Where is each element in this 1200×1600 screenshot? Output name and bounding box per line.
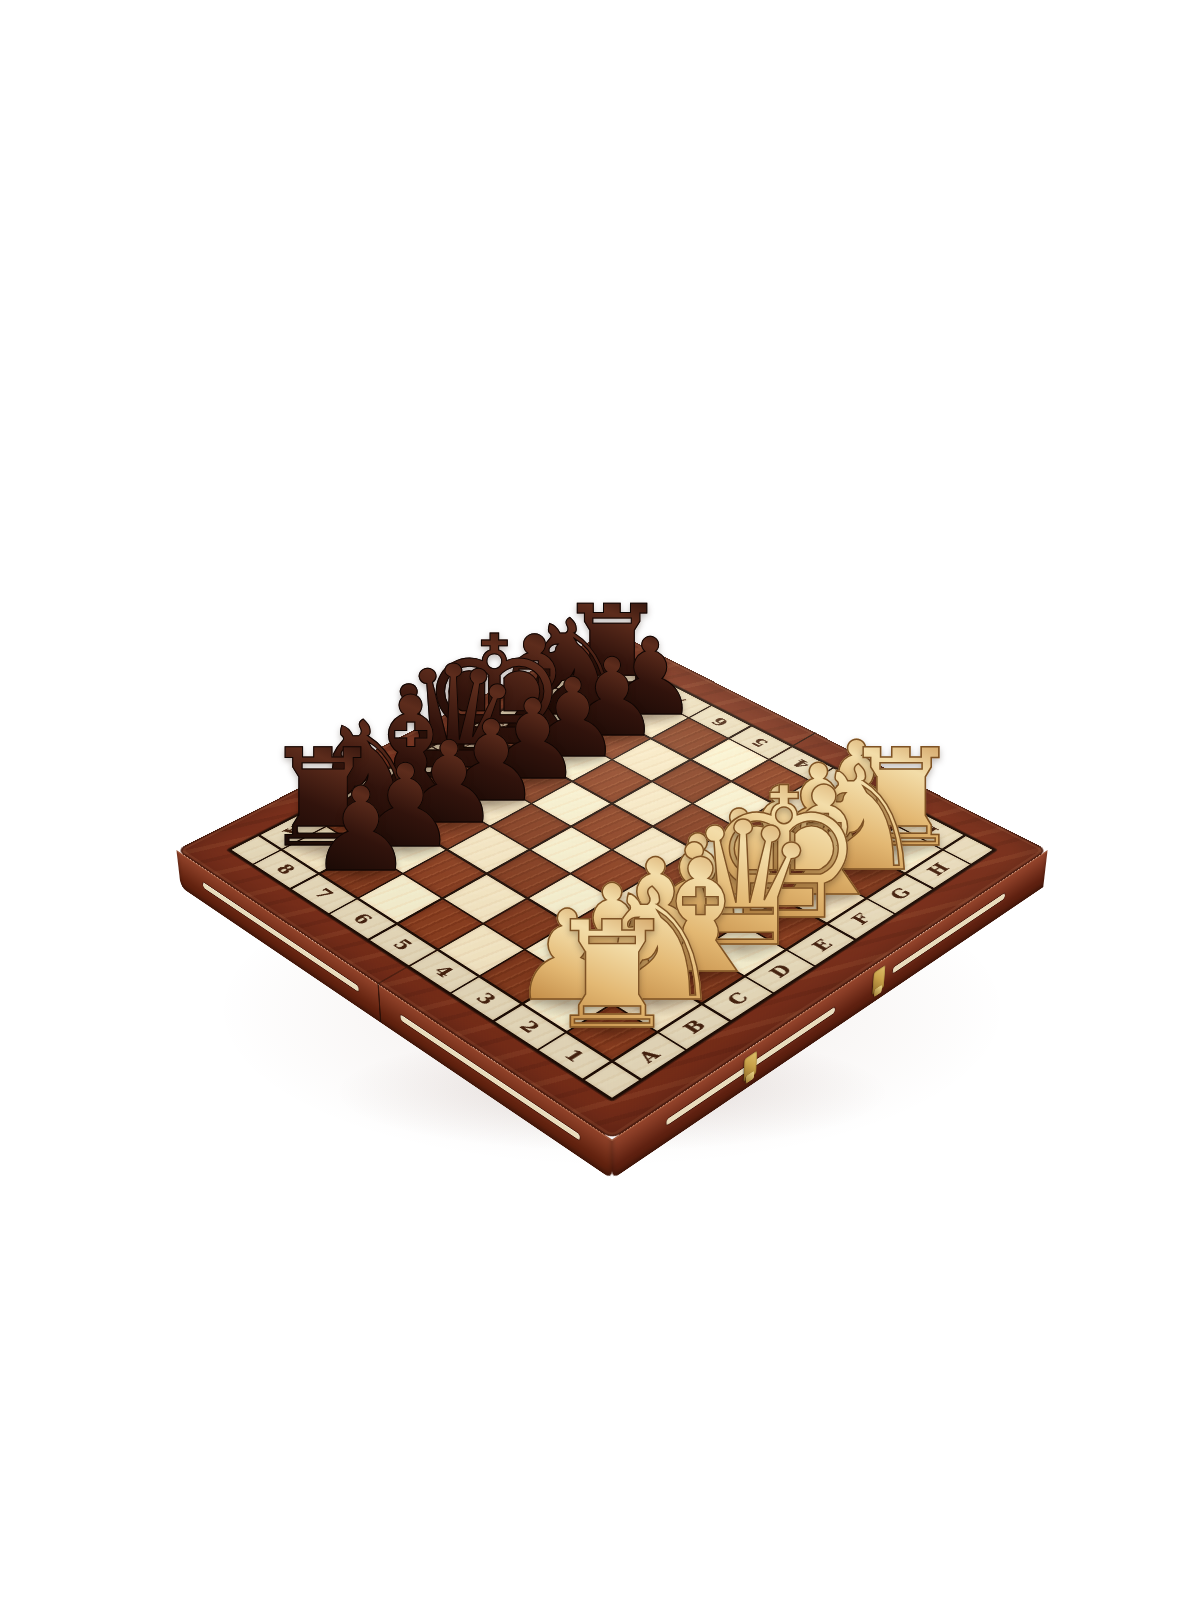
fold-seam-side-notch xyxy=(377,984,381,1024)
rank-label-text: 6 xyxy=(708,715,731,727)
brass-clasp xyxy=(872,965,885,995)
rank-label-text: 4 xyxy=(431,963,458,979)
brass-clasp xyxy=(744,1051,758,1082)
product-photo-stage: 87654321HHGGFFEEDDCCBBAA87654321 ♜♞♝♛♚♝♞… xyxy=(0,0,1200,1600)
white-rook[interactable]: ♜ xyxy=(546,902,679,1050)
rank-label-text: 3 xyxy=(473,990,500,1007)
black-pawn[interactable]: ♟ xyxy=(309,772,413,888)
rank-label-text: 5 xyxy=(390,937,417,953)
rank-label-text: 6 xyxy=(350,911,377,927)
